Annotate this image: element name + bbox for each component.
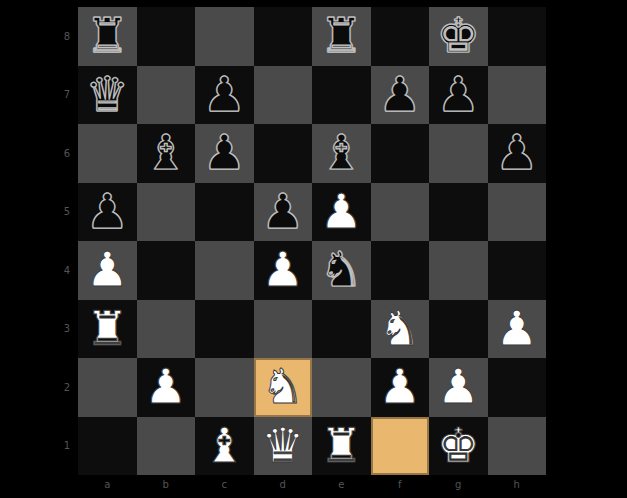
square-f3[interactable]: ♞ (371, 300, 430, 359)
square-d6[interactable] (254, 124, 313, 183)
square-e1[interactable]: ♜ (312, 417, 371, 476)
file-label-g: g (429, 475, 488, 497)
square-g4[interactable] (429, 241, 488, 300)
square-h4[interactable] (488, 241, 547, 300)
piece-black-king-g8[interactable]: ♚ (437, 11, 480, 59)
square-d8[interactable] (254, 7, 313, 66)
piece-black-queen-a7[interactable]: ♛ (86, 70, 129, 118)
square-a5[interactable]: ♟ (78, 183, 137, 242)
square-c6[interactable]: ♟ (195, 124, 254, 183)
rank-label-5: 5 (0, 183, 70, 242)
square-c1[interactable]: ♝ (195, 417, 254, 476)
rank-label-1: 1 (0, 417, 70, 476)
square-c2[interactable] (195, 358, 254, 417)
square-b7[interactable] (137, 66, 196, 125)
piece-white-pawn-g2[interactable]: ♟ (437, 362, 480, 410)
file-label-e: e (312, 475, 371, 497)
piece-white-pawn-d4[interactable]: ♟ (261, 245, 304, 293)
square-f6[interactable] (371, 124, 430, 183)
piece-black-pawn-h6[interactable]: ♟ (495, 128, 538, 176)
square-h2[interactable] (488, 358, 547, 417)
square-g7[interactable]: ♟ (429, 66, 488, 125)
piece-white-queen-d1[interactable]: ♛ (261, 421, 304, 469)
square-d4[interactable]: ♟ (254, 241, 313, 300)
piece-white-rook-a3[interactable]: ♜ (86, 304, 129, 352)
square-a4[interactable]: ♟ (78, 241, 137, 300)
square-a7[interactable]: ♛ (78, 66, 137, 125)
square-g5[interactable] (429, 183, 488, 242)
piece-white-bishop-c1[interactable]: ♝ (203, 421, 246, 469)
piece-black-pawn-c7[interactable]: ♟ (203, 70, 246, 118)
square-e5[interactable]: ♟ (312, 183, 371, 242)
square-e4[interactable]: ♞ (312, 241, 371, 300)
piece-white-pawn-f2[interactable]: ♟ (378, 362, 421, 410)
chess-board: ♜♜♚♛♟♟♟♝♟♝♟♟♟♟♟♟♞♜♞♟♟♞♟♟♝♛♜♚ (78, 7, 546, 475)
rank-label-2: 2 (0, 358, 70, 417)
square-b3[interactable] (137, 300, 196, 359)
piece-white-king-g1[interactable]: ♚ (437, 421, 480, 469)
square-h5[interactable] (488, 183, 547, 242)
square-f2[interactable]: ♟ (371, 358, 430, 417)
piece-white-rook-e1[interactable]: ♜ (320, 421, 363, 469)
file-label-b: b (137, 475, 196, 497)
square-e8[interactable]: ♜ (312, 7, 371, 66)
piece-black-pawn-a5[interactable]: ♟ (86, 187, 129, 235)
square-g1[interactable]: ♚ (429, 417, 488, 476)
square-c4[interactable] (195, 241, 254, 300)
piece-black-bishop-e6[interactable]: ♝ (320, 128, 363, 176)
square-g8[interactable]: ♚ (429, 7, 488, 66)
square-h1[interactable] (488, 417, 547, 476)
square-a6[interactable] (78, 124, 137, 183)
piece-white-pawn-a4[interactable]: ♟ (86, 245, 129, 293)
square-b8[interactable] (137, 7, 196, 66)
square-h8[interactable] (488, 7, 547, 66)
square-c7[interactable]: ♟ (195, 66, 254, 125)
piece-white-pawn-e5[interactable]: ♟ (320, 187, 363, 235)
square-a2[interactable] (78, 358, 137, 417)
square-c3[interactable] (195, 300, 254, 359)
piece-black-rook-e8[interactable]: ♜ (320, 11, 363, 59)
file-label-c: c (195, 475, 254, 497)
square-c8[interactable] (195, 7, 254, 66)
square-d1[interactable]: ♛ (254, 417, 313, 476)
rank-labels: 87654321 (0, 7, 70, 475)
file-label-f: f (371, 475, 430, 497)
piece-white-pawn-h3[interactable]: ♟ (495, 304, 538, 352)
piece-black-knight-e4[interactable]: ♞ (320, 245, 363, 293)
square-a3[interactable]: ♜ (78, 300, 137, 359)
piece-white-knight-f3[interactable]: ♞ (378, 304, 421, 352)
square-a1[interactable] (78, 417, 137, 476)
square-c5[interactable] (195, 183, 254, 242)
rank-label-4: 4 (0, 241, 70, 300)
square-d2[interactable]: ♞ (254, 358, 313, 417)
square-d7[interactable] (254, 66, 313, 125)
rank-label-6: 6 (0, 124, 70, 183)
rank-label-3: 3 (0, 300, 70, 359)
square-e2[interactable] (312, 358, 371, 417)
piece-black-pawn-c6[interactable]: ♟ (203, 128, 246, 176)
piece-black-pawn-f7[interactable]: ♟ (378, 70, 421, 118)
square-e3[interactable] (312, 300, 371, 359)
piece-black-pawn-d5[interactable]: ♟ (261, 187, 304, 235)
piece-black-bishop-b6[interactable]: ♝ (144, 128, 187, 176)
square-h3[interactable]: ♟ (488, 300, 547, 359)
file-label-h: h (488, 475, 547, 497)
chess-app-stage: 87654321 ♜♜♚♛♟♟♟♝♟♝♟♟♟♟♟♟♞♜♞♟♟♞♟♟♝♛♜♚ ab… (0, 0, 627, 498)
square-b2[interactable]: ♟ (137, 358, 196, 417)
square-d5[interactable]: ♟ (254, 183, 313, 242)
square-f1[interactable] (371, 417, 430, 476)
square-g3[interactable] (429, 300, 488, 359)
square-d3[interactable] (254, 300, 313, 359)
piece-white-knight-d2[interactable]: ♞ (261, 362, 304, 410)
square-e7[interactable] (312, 66, 371, 125)
square-f7[interactable]: ♟ (371, 66, 430, 125)
square-f8[interactable] (371, 7, 430, 66)
square-b1[interactable] (137, 417, 196, 476)
rank-label-8: 8 (0, 7, 70, 66)
square-b6[interactable]: ♝ (137, 124, 196, 183)
square-f4[interactable] (371, 241, 430, 300)
file-label-d: d (254, 475, 313, 497)
piece-white-pawn-b2[interactable]: ♟ (144, 362, 187, 410)
square-b5[interactable] (137, 183, 196, 242)
piece-black-rook-a8[interactable]: ♜ (86, 11, 129, 59)
piece-black-pawn-g7[interactable]: ♟ (437, 70, 480, 118)
square-e6[interactable]: ♝ (312, 124, 371, 183)
square-a8[interactable]: ♜ (78, 7, 137, 66)
file-label-a: a (78, 475, 137, 497)
square-g2[interactable]: ♟ (429, 358, 488, 417)
square-f5[interactable] (371, 183, 430, 242)
square-g6[interactable] (429, 124, 488, 183)
file-labels: abcdefgh (78, 475, 546, 497)
square-b4[interactable] (137, 241, 196, 300)
square-h6[interactable]: ♟ (488, 124, 547, 183)
square-h7[interactable] (488, 66, 547, 125)
rank-label-7: 7 (0, 66, 70, 125)
